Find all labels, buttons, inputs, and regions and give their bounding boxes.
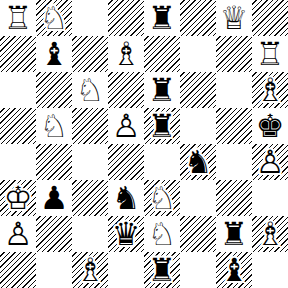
square-g1[interactable]: ♝♝ <box>216 252 252 288</box>
piece-halo: ♞ <box>36 108 72 144</box>
square-a8[interactable]: ♜♖ <box>0 0 36 36</box>
square-e2[interactable]: ♞♘ <box>144 216 180 252</box>
piece-halo: ♜ <box>144 108 180 144</box>
black-rook: ♜ <box>144 108 180 144</box>
white-bishop: ♗ <box>252 72 288 108</box>
white-pawn: ♙ <box>0 216 36 252</box>
square-a1[interactable] <box>0 252 36 288</box>
square-d6[interactable] <box>108 72 144 108</box>
square-d4[interactable] <box>108 144 144 180</box>
square-b1[interactable] <box>36 252 72 288</box>
white-knight: ♘ <box>144 180 180 216</box>
piece-halo: ♟ <box>36 180 72 216</box>
square-h1[interactable] <box>252 252 288 288</box>
square-d2[interactable]: ♛♛ <box>108 216 144 252</box>
square-h8[interactable] <box>252 0 288 36</box>
square-f2[interactable] <box>180 216 216 252</box>
square-b4[interactable] <box>36 144 72 180</box>
square-f6[interactable] <box>180 72 216 108</box>
piece-halo: ♟ <box>108 108 144 144</box>
square-f8[interactable] <box>180 0 216 36</box>
square-e4[interactable] <box>144 144 180 180</box>
square-g3[interactable] <box>216 180 252 216</box>
black-bishop: ♝ <box>216 252 252 288</box>
white-queen: ♕ <box>216 0 252 36</box>
white-bishop: ♗ <box>72 252 108 288</box>
piece-halo: ♞ <box>36 0 72 36</box>
piece-halo: ♝ <box>252 72 288 108</box>
square-a4[interactable] <box>0 144 36 180</box>
piece-halo: ♜ <box>0 0 36 36</box>
piece-halo: ♛ <box>108 216 144 252</box>
square-g6[interactable] <box>216 72 252 108</box>
white-knight: ♘ <box>36 108 72 144</box>
white-pawn: ♙ <box>252 144 288 180</box>
square-e3[interactable]: ♞♘ <box>144 180 180 216</box>
square-d3[interactable]: ♞♞ <box>108 180 144 216</box>
square-g2[interactable]: ♜♜ <box>216 216 252 252</box>
black-knight: ♞ <box>180 144 216 180</box>
white-knight: ♘ <box>36 0 72 36</box>
square-g8[interactable]: ♛♕ <box>216 0 252 36</box>
piece-halo: ♚ <box>252 108 288 144</box>
white-bishop: ♗ <box>108 36 144 72</box>
square-b8[interactable]: ♞♘ <box>36 0 72 36</box>
square-c4[interactable] <box>72 144 108 180</box>
white-bishop: ♗ <box>252 216 288 252</box>
piece-halo: ♞ <box>180 144 216 180</box>
piece-halo: ♞ <box>72 72 108 108</box>
black-rook: ♜ <box>144 0 180 36</box>
square-d5[interactable]: ♟♙ <box>108 108 144 144</box>
square-d8[interactable] <box>108 0 144 36</box>
square-g5[interactable] <box>216 108 252 144</box>
square-d7[interactable]: ♝♗ <box>108 36 144 72</box>
black-rook: ♜ <box>216 216 252 252</box>
piece-halo: ♛ <box>216 0 252 36</box>
square-e5[interactable]: ♜♜ <box>144 108 180 144</box>
piece-halo: ♝ <box>252 216 288 252</box>
piece-halo: ♟ <box>0 216 36 252</box>
white-rook: ♖ <box>0 0 36 36</box>
square-c7[interactable] <box>72 36 108 72</box>
square-e8[interactable]: ♜♜ <box>144 0 180 36</box>
square-e1[interactable]: ♜♜ <box>144 252 180 288</box>
square-b7[interactable]: ♝♝ <box>36 36 72 72</box>
square-f7[interactable] <box>180 36 216 72</box>
square-g7[interactable] <box>216 36 252 72</box>
square-e6[interactable]: ♜♜ <box>144 72 180 108</box>
piece-halo: ♟ <box>252 144 288 180</box>
square-e7[interactable] <box>144 36 180 72</box>
square-c1[interactable]: ♝♗ <box>72 252 108 288</box>
black-rook: ♜ <box>144 72 180 108</box>
piece-halo: ♞ <box>144 216 180 252</box>
piece-halo: ♝ <box>108 36 144 72</box>
chess-board: ♜♖♞♘♜♜♛♕♝♝♝♗♜♖♞♘♜♜♝♗♞♘♟♙♜♜♚♚♞♞♟♙♚♔♟♟♞♞♞♘… <box>0 0 288 288</box>
white-knight: ♘ <box>72 72 108 108</box>
square-h6[interactable]: ♝♗ <box>252 72 288 108</box>
piece-halo: ♜ <box>144 252 180 288</box>
square-b2[interactable] <box>36 216 72 252</box>
square-a3[interactable]: ♚♔ <box>0 180 36 216</box>
piece-halo: ♜ <box>144 72 180 108</box>
piece-halo: ♜ <box>144 0 180 36</box>
black-bishop: ♝ <box>36 36 72 72</box>
piece-halo: ♝ <box>216 252 252 288</box>
square-a5[interactable] <box>0 108 36 144</box>
square-h2[interactable]: ♝♗ <box>252 216 288 252</box>
square-c6[interactable]: ♞♘ <box>72 72 108 108</box>
square-a6[interactable] <box>0 72 36 108</box>
piece-halo: ♜ <box>252 36 288 72</box>
white-pawn: ♙ <box>108 108 144 144</box>
white-knight: ♘ <box>144 216 180 252</box>
square-c2[interactable] <box>72 216 108 252</box>
square-g4[interactable] <box>216 144 252 180</box>
black-knight: ♞ <box>108 180 144 216</box>
piece-halo: ♞ <box>108 180 144 216</box>
square-f4[interactable]: ♞♞ <box>180 144 216 180</box>
piece-halo: ♜ <box>216 216 252 252</box>
square-b6[interactable] <box>36 72 72 108</box>
square-c5[interactable] <box>72 108 108 144</box>
square-b5[interactable]: ♞♘ <box>36 108 72 144</box>
white-king: ♔ <box>0 180 36 216</box>
square-h5[interactable]: ♚♚ <box>252 108 288 144</box>
piece-halo: ♝ <box>36 36 72 72</box>
square-h4[interactable]: ♟♙ <box>252 144 288 180</box>
square-b3[interactable]: ♟♟ <box>36 180 72 216</box>
black-rook: ♜ <box>144 252 180 288</box>
square-f1[interactable] <box>180 252 216 288</box>
square-h3[interactable] <box>252 180 288 216</box>
square-c3[interactable] <box>72 180 108 216</box>
black-pawn: ♟ <box>36 180 72 216</box>
square-h7[interactable]: ♜♖ <box>252 36 288 72</box>
square-c8[interactable] <box>72 0 108 36</box>
square-a7[interactable] <box>0 36 36 72</box>
square-f3[interactable] <box>180 180 216 216</box>
square-f5[interactable] <box>180 108 216 144</box>
square-d1[interactable] <box>108 252 144 288</box>
piece-halo: ♝ <box>72 252 108 288</box>
black-queen: ♛ <box>108 216 144 252</box>
piece-halo: ♞ <box>144 180 180 216</box>
square-a2[interactable]: ♟♙ <box>0 216 36 252</box>
black-king: ♚ <box>252 108 288 144</box>
white-rook: ♖ <box>252 36 288 72</box>
piece-halo: ♚ <box>0 180 36 216</box>
